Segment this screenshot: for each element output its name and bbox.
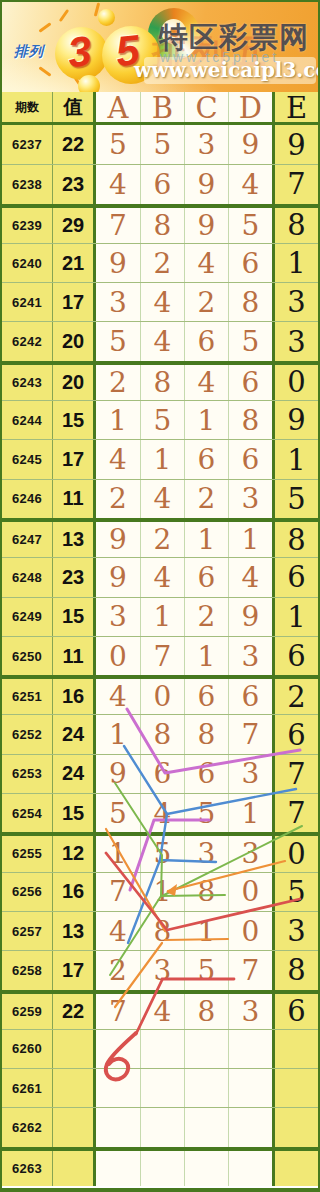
digit-b-cell: 1 xyxy=(141,598,185,636)
digit-e-cell: 8 xyxy=(275,522,318,557)
sum-value-cell: 20 xyxy=(53,365,96,400)
digit-b-cell: 3 xyxy=(141,951,185,989)
table-row: 62532496637 xyxy=(2,754,318,793)
table-header: 期数 值 A B C D E xyxy=(2,92,318,125)
period-cell: 6259 xyxy=(2,994,53,1029)
table-row: 62432028460 xyxy=(2,361,318,400)
digit-c-cell xyxy=(185,1151,229,1186)
sum-value-cell: 23 xyxy=(53,558,96,596)
digit-d-cell: 4 xyxy=(229,558,275,596)
table-row: 62441515189 xyxy=(2,400,318,439)
sum-value-cell xyxy=(53,1069,96,1107)
digit-b-cell: 8 xyxy=(141,365,185,400)
sum-value-cell: 24 xyxy=(53,755,96,793)
digit-a-cell xyxy=(96,1151,141,1186)
digit-a-cell: 2 xyxy=(96,480,141,518)
sum-value-cell: 13 xyxy=(53,522,96,557)
digit-b-cell: 4 xyxy=(141,994,185,1029)
table-row: 6263 xyxy=(2,1147,318,1186)
digit-c-cell: 1 xyxy=(185,637,229,675)
digit-d-cell: 0 xyxy=(229,912,275,950)
digit-e-cell: 1 xyxy=(275,244,318,282)
digit-e-cell: 8 xyxy=(275,208,318,243)
lottery-trend-page: 3 5 排列 排列五 特区彩票网 www.tc5p.net www.weicai… xyxy=(0,0,320,1192)
sum-value-cell: 11 xyxy=(53,637,96,675)
digit-a-cell xyxy=(96,1030,141,1068)
digit-c-cell: 8 xyxy=(185,715,229,753)
sum-value-cell: 17 xyxy=(53,283,96,321)
period-cell: 6244 xyxy=(2,401,53,439)
digit-a-cell: 5 xyxy=(96,322,141,360)
sum-value-cell: 24 xyxy=(53,715,96,753)
table-row: 62592274836 xyxy=(2,990,318,1029)
digit-c-cell: 5 xyxy=(185,951,229,989)
small-ball-icon xyxy=(98,9,115,26)
digit-a-cell: 4 xyxy=(96,912,141,950)
logo-digit-3: 3 xyxy=(66,27,94,77)
table-row: 6260 xyxy=(2,1029,318,1068)
digit-b-cell: 5 xyxy=(141,401,185,439)
digit-b-cell: 8 xyxy=(141,208,185,243)
digit-b-cell: 2 xyxy=(141,244,185,282)
period-cell: 6240 xyxy=(2,244,53,282)
digit-d-cell: 6 xyxy=(229,244,275,282)
digit-e-cell: 2 xyxy=(275,679,318,714)
table-row: 62482394646 xyxy=(2,557,318,596)
digit-d-cell: 7 xyxy=(229,951,275,989)
digit-e-cell: 1 xyxy=(275,440,318,478)
digit-b-cell: 4 xyxy=(141,322,185,360)
column-header-d: D xyxy=(229,92,275,122)
digit-d-cell: 8 xyxy=(229,283,275,321)
table-row: 62382346947 xyxy=(2,164,318,203)
period-cell: 6239 xyxy=(2,208,53,243)
period-cell: 6260 xyxy=(2,1030,53,1068)
sum-value-cell xyxy=(53,1030,96,1068)
digit-a-cell xyxy=(96,1108,141,1146)
digit-e-cell: 0 xyxy=(275,836,318,871)
pailie-logo-text: 排列 xyxy=(14,43,44,61)
period-cell: 6245 xyxy=(2,440,53,478)
digit-c-cell: 6 xyxy=(185,558,229,596)
digit-e-cell: 7 xyxy=(275,755,318,793)
table-row: 62571348103 xyxy=(2,911,318,950)
digit-d-cell: 7 xyxy=(229,715,275,753)
digit-a-cell: 7 xyxy=(96,994,141,1029)
sum-value-cell: 20 xyxy=(53,322,96,360)
digit-e-cell: 9 xyxy=(275,401,318,439)
period-cell: 6252 xyxy=(2,715,53,753)
digit-d-cell: 1 xyxy=(229,794,275,832)
digit-a-cell: 5 xyxy=(96,794,141,832)
digit-a-cell xyxy=(96,1069,141,1107)
digit-e-cell xyxy=(275,1151,318,1186)
digit-b-cell: 2 xyxy=(141,522,185,557)
digit-e-cell: 7 xyxy=(275,165,318,203)
digit-c-cell: 6 xyxy=(185,755,229,793)
digit-e-cell: 6 xyxy=(275,558,318,596)
period-cell: 6248 xyxy=(2,558,53,596)
digit-b-cell: 7 xyxy=(141,637,185,675)
digit-c-cell: 9 xyxy=(185,208,229,243)
period-cell: 6241 xyxy=(2,283,53,321)
digit-e-cell: 6 xyxy=(275,637,318,675)
period-cell: 6261 xyxy=(2,1069,53,1107)
digit-a-cell: 1 xyxy=(96,836,141,871)
sum-value-cell: 29 xyxy=(53,208,96,243)
table-row: 6261 xyxy=(2,1068,318,1107)
period-cell: 6250 xyxy=(2,637,53,675)
table-row: 62511640662 xyxy=(2,675,318,714)
period-cell: 6263 xyxy=(2,1151,53,1186)
digit-b-cell xyxy=(141,1108,185,1146)
period-cell: 6262 xyxy=(2,1108,53,1146)
digit-c-cell xyxy=(185,1108,229,1146)
period-cell: 6256 xyxy=(2,873,53,911)
site-banner: 3 5 排列 排列五 特区彩票网 www.tc5p.net www.weicai… xyxy=(2,2,318,92)
table-row: 62522418876 xyxy=(2,714,318,753)
sum-value-cell: 11 xyxy=(53,480,96,518)
small-ball-icon xyxy=(78,75,100,92)
digit-b-cell: 4 xyxy=(141,794,185,832)
digit-d-cell xyxy=(229,1069,275,1107)
digit-d-cell xyxy=(229,1151,275,1186)
period-cell: 6257 xyxy=(2,912,53,950)
digit-a-cell: 4 xyxy=(96,440,141,478)
digit-b-cell xyxy=(141,1069,185,1107)
digit-d-cell: 6 xyxy=(229,679,275,714)
digit-c-cell: 1 xyxy=(185,912,229,950)
column-header-sum: 值 xyxy=(53,92,96,122)
digit-a-cell: 5 xyxy=(96,125,141,164)
period-cell: 6237 xyxy=(2,125,53,164)
digit-e-cell: 3 xyxy=(275,912,318,950)
digit-c-cell: 3 xyxy=(185,125,229,164)
digit-e-cell xyxy=(275,1108,318,1146)
sum-value-cell: 23 xyxy=(53,165,96,203)
digit-d-cell: 0 xyxy=(229,873,275,911)
digit-c-cell xyxy=(185,1030,229,1068)
sum-value-cell: 17 xyxy=(53,440,96,478)
table-row: 62501107136 xyxy=(2,636,318,675)
digit-b-cell: 8 xyxy=(141,912,185,950)
column-header-a: A xyxy=(96,92,141,122)
digit-d-cell: 3 xyxy=(229,480,275,518)
digit-b-cell: 1 xyxy=(141,873,185,911)
digit-b-cell: 0 xyxy=(141,679,185,714)
period-cell: 6238 xyxy=(2,165,53,203)
sum-value-cell: 13 xyxy=(53,912,96,950)
digit-b-cell xyxy=(141,1151,185,1186)
sum-value-cell xyxy=(53,1108,96,1146)
digit-a-cell: 9 xyxy=(96,755,141,793)
period-cell: 6251 xyxy=(2,679,53,714)
digit-b-cell: 4 xyxy=(141,480,185,518)
digit-a-cell: 1 xyxy=(96,715,141,753)
digit-a-cell: 7 xyxy=(96,208,141,243)
sum-value-cell: 17 xyxy=(53,951,96,989)
digit-c-cell xyxy=(185,1069,229,1107)
digit-e-cell: 3 xyxy=(275,322,318,360)
digit-e-cell: 5 xyxy=(275,480,318,518)
digit-a-cell: 9 xyxy=(96,558,141,596)
digit-a-cell: 9 xyxy=(96,522,141,557)
table-row: 62491531291 xyxy=(2,597,318,636)
digit-a-cell: 7 xyxy=(96,873,141,911)
table-row: 62411734283 xyxy=(2,282,318,321)
digit-a-cell: 3 xyxy=(96,598,141,636)
table-row: 62541554517 xyxy=(2,793,318,832)
period-cell: 6249 xyxy=(2,598,53,636)
digit-b-cell: 5 xyxy=(141,125,185,164)
digit-b-cell: 6 xyxy=(141,165,185,203)
digit-c-cell: 5 xyxy=(185,794,229,832)
sun-ray-icon xyxy=(38,22,51,32)
digit-a-cell: 2 xyxy=(96,951,141,989)
digit-d-cell: 3 xyxy=(229,755,275,793)
period-cell: 6242 xyxy=(2,322,53,360)
digit-c-cell: 6 xyxy=(185,322,229,360)
digit-c-cell: 1 xyxy=(185,522,229,557)
digit-d-cell: 9 xyxy=(229,598,275,636)
digit-b-cell xyxy=(141,1030,185,1068)
digit-a-cell: 2 xyxy=(96,365,141,400)
digit-d-cell: 4 xyxy=(229,165,275,203)
digit-c-cell: 4 xyxy=(185,365,229,400)
digit-d-cell xyxy=(229,1030,275,1068)
digit-c-cell: 8 xyxy=(185,873,229,911)
digit-c-cell: 8 xyxy=(185,994,229,1029)
digit-a-cell: 9 xyxy=(96,244,141,282)
digit-e-cell: 5 xyxy=(275,873,318,911)
digit-d-cell: 5 xyxy=(229,322,275,360)
table-row: 62402192461 xyxy=(2,243,318,282)
digit-a-cell: 1 xyxy=(96,401,141,439)
period-cell: 6246 xyxy=(2,480,53,518)
digit-e-cell: 7 xyxy=(275,794,318,832)
digit-a-cell: 3 xyxy=(96,283,141,321)
digit-b-cell: 6 xyxy=(141,755,185,793)
digit-c-cell: 2 xyxy=(185,598,229,636)
period-cell: 6253 xyxy=(2,755,53,793)
digit-c-cell: 6 xyxy=(185,440,229,478)
sum-value-cell: 12 xyxy=(53,836,96,871)
table-row: 62471392118 xyxy=(2,518,318,557)
digit-b-cell: 1 xyxy=(141,440,185,478)
digit-a-cell: 0 xyxy=(96,637,141,675)
digit-a-cell: 4 xyxy=(96,679,141,714)
digit-e-cell xyxy=(275,1069,318,1107)
sum-value-cell: 22 xyxy=(53,994,96,1029)
sun-ray-icon xyxy=(38,66,51,76)
digit-c-cell: 4 xyxy=(185,244,229,282)
table-body: 6237225539962382346947623929789586240219… xyxy=(2,125,318,1186)
period-cell: 6247 xyxy=(2,522,53,557)
sum-value-cell xyxy=(53,1151,96,1186)
column-header-e: E xyxy=(275,92,318,122)
digit-d-cell: 6 xyxy=(229,365,275,400)
digit-e-cell: 0 xyxy=(275,365,318,400)
digit-b-cell: 5 xyxy=(141,836,185,871)
digit-e-cell: 3 xyxy=(275,283,318,321)
sum-value-cell: 15 xyxy=(53,794,96,832)
sum-value-cell: 21 xyxy=(53,244,96,282)
period-cell: 6254 xyxy=(2,794,53,832)
digit-e-cell: 6 xyxy=(275,715,318,753)
digit-e-cell: 6 xyxy=(275,994,318,1029)
table-row: 62561671805 xyxy=(2,872,318,911)
digit-c-cell: 6 xyxy=(185,679,229,714)
digit-e-cell: 1 xyxy=(275,598,318,636)
digit-c-cell: 2 xyxy=(185,283,229,321)
digit-d-cell: 6 xyxy=(229,440,275,478)
column-header-period: 期数 xyxy=(2,92,53,122)
digit-d-cell: 3 xyxy=(229,994,275,1029)
digit-b-cell: 4 xyxy=(141,558,185,596)
digit-e-cell xyxy=(275,1030,318,1068)
digit-d-cell: 1 xyxy=(229,522,275,557)
digit-b-cell: 4 xyxy=(141,283,185,321)
digit-c-cell: 9 xyxy=(185,165,229,203)
digit-a-cell: 4 xyxy=(96,165,141,203)
digit-b-cell: 8 xyxy=(141,715,185,753)
digit-d-cell: 3 xyxy=(229,637,275,675)
table-row: 6262 xyxy=(2,1107,318,1146)
period-cell: 6243 xyxy=(2,365,53,400)
digit-d-cell: 8 xyxy=(229,401,275,439)
sum-value-cell: 22 xyxy=(53,125,96,164)
digit-d-cell: 3 xyxy=(229,836,275,871)
sum-value-cell: 15 xyxy=(53,598,96,636)
table-row: 62551215330 xyxy=(2,832,318,871)
sum-value-cell: 16 xyxy=(53,679,96,714)
sum-value-cell: 15 xyxy=(53,401,96,439)
column-header-c: C xyxy=(185,92,229,122)
column-header-b: B xyxy=(141,92,185,122)
digit-d-cell: 5 xyxy=(229,208,275,243)
digit-c-cell: 3 xyxy=(185,836,229,871)
digit-e-cell: 9 xyxy=(275,125,318,164)
table-row: 62461124235 xyxy=(2,479,318,518)
table-row: 62392978958 xyxy=(2,204,318,243)
digit-e-cell: 8 xyxy=(275,951,318,989)
site-url-text: www.weicaipl3.com xyxy=(134,58,316,82)
sun-ray-icon xyxy=(59,9,69,22)
period-cell: 6258 xyxy=(2,951,53,989)
table-row: 62422054653 xyxy=(2,321,318,360)
table-row: 62372255399 xyxy=(2,125,318,164)
digit-d-cell: 9 xyxy=(229,125,275,164)
digit-c-cell: 2 xyxy=(185,480,229,518)
digit-c-cell: 1 xyxy=(185,401,229,439)
table-row: 62581723578 xyxy=(2,950,318,989)
period-cell: 6255 xyxy=(2,836,53,871)
table-row: 62451741661 xyxy=(2,439,318,478)
digit-d-cell xyxy=(229,1108,275,1146)
sum-value-cell: 16 xyxy=(53,873,96,911)
